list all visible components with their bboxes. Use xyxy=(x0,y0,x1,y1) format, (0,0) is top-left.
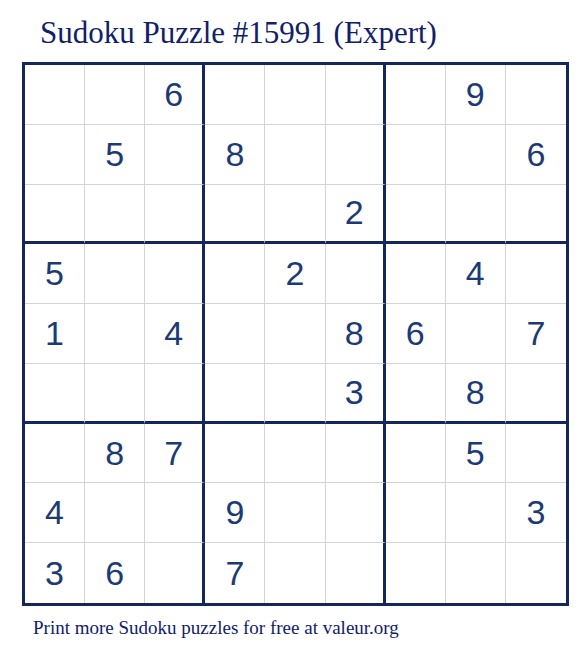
cell-r6c7[interactable] xyxy=(386,364,446,424)
cell-r4c2[interactable] xyxy=(85,244,145,304)
footer-text: Print more Sudoku puzzles for free at va… xyxy=(33,617,399,639)
cell-r4c3[interactable] xyxy=(145,244,205,304)
cell-r5c4[interactable] xyxy=(205,304,265,364)
cell-r4c9[interactable] xyxy=(506,244,566,304)
cell-r1c6[interactable] xyxy=(326,65,386,125)
cell-r9c7[interactable] xyxy=(386,543,446,603)
cell-r7c8[interactable]: 5 xyxy=(446,424,506,484)
cell-r4c8[interactable]: 4 xyxy=(446,244,506,304)
cell-r9c9[interactable] xyxy=(506,543,566,603)
cell-r7c9[interactable] xyxy=(506,424,566,484)
cell-r2c2[interactable]: 5 xyxy=(85,125,145,185)
cell-r9c8[interactable] xyxy=(446,543,506,603)
cell-r7c1[interactable] xyxy=(25,424,85,484)
cell-r6c8[interactable]: 8 xyxy=(446,364,506,424)
cell-r9c3[interactable] xyxy=(145,543,205,603)
cell-r3c3[interactable] xyxy=(145,185,205,245)
cell-r9c4[interactable]: 7 xyxy=(205,543,265,603)
cell-r1c2[interactable] xyxy=(85,65,145,125)
cell-r8c8[interactable] xyxy=(446,483,506,543)
cell-r3c1[interactable] xyxy=(25,185,85,245)
cell-r3c2[interactable] xyxy=(85,185,145,245)
cell-r7c7[interactable] xyxy=(386,424,446,484)
cell-r6c2[interactable] xyxy=(85,364,145,424)
cell-r3c5[interactable] xyxy=(265,185,325,245)
cell-r5c1[interactable]: 1 xyxy=(25,304,85,364)
cell-r3c9[interactable] xyxy=(506,185,566,245)
cell-r8c6[interactable] xyxy=(326,483,386,543)
cell-r3c8[interactable] xyxy=(446,185,506,245)
cell-r4c5[interactable]: 2 xyxy=(265,244,325,304)
page: Sudoku Puzzle #15991 (Expert) 6958625241… xyxy=(0,0,580,651)
cell-r4c7[interactable] xyxy=(386,244,446,304)
cell-r7c3[interactable]: 7 xyxy=(145,424,205,484)
cell-r7c6[interactable] xyxy=(326,424,386,484)
cell-r1c5[interactable] xyxy=(265,65,325,125)
cell-r6c4[interactable] xyxy=(205,364,265,424)
cell-r2c4[interactable]: 8 xyxy=(205,125,265,185)
cell-r9c5[interactable] xyxy=(265,543,325,603)
cell-r5c8[interactable] xyxy=(446,304,506,364)
cell-r2c5[interactable] xyxy=(265,125,325,185)
cell-r8c9[interactable]: 3 xyxy=(506,483,566,543)
cell-r6c5[interactable] xyxy=(265,364,325,424)
sudoku-board: 6958625241486738875493367 xyxy=(22,62,569,606)
cell-r2c8[interactable] xyxy=(446,125,506,185)
cell-r8c5[interactable] xyxy=(265,483,325,543)
cell-r9c2[interactable]: 6 xyxy=(85,543,145,603)
cell-r7c5[interactable] xyxy=(265,424,325,484)
cell-r6c3[interactable] xyxy=(145,364,205,424)
cell-r1c3[interactable]: 6 xyxy=(145,65,205,125)
cell-r8c7[interactable] xyxy=(386,483,446,543)
cell-r4c6[interactable] xyxy=(326,244,386,304)
cell-r2c6[interactable] xyxy=(326,125,386,185)
cell-r3c4[interactable] xyxy=(205,185,265,245)
cell-r2c1[interactable] xyxy=(25,125,85,185)
cell-r8c3[interactable] xyxy=(145,483,205,543)
cell-r2c3[interactable] xyxy=(145,125,205,185)
cell-r5c2[interactable] xyxy=(85,304,145,364)
cell-r6c9[interactable] xyxy=(506,364,566,424)
cell-r5c6[interactable]: 8 xyxy=(326,304,386,364)
puzzle-title: Sudoku Puzzle #15991 (Expert) xyxy=(40,15,437,51)
cell-r1c9[interactable] xyxy=(506,65,566,125)
cell-r2c7[interactable] xyxy=(386,125,446,185)
cell-r5c3[interactable]: 4 xyxy=(145,304,205,364)
cell-r8c1[interactable]: 4 xyxy=(25,483,85,543)
cell-r9c6[interactable] xyxy=(326,543,386,603)
cell-r9c1[interactable]: 3 xyxy=(25,543,85,603)
cell-r4c1[interactable]: 5 xyxy=(25,244,85,304)
cell-r2c9[interactable]: 6 xyxy=(506,125,566,185)
cell-r5c9[interactable]: 7 xyxy=(506,304,566,364)
cell-r7c4[interactable] xyxy=(205,424,265,484)
cell-r6c1[interactable] xyxy=(25,364,85,424)
cell-r8c2[interactable] xyxy=(85,483,145,543)
cell-r7c2[interactable]: 8 xyxy=(85,424,145,484)
cell-r1c7[interactable] xyxy=(386,65,446,125)
cell-r8c4[interactable]: 9 xyxy=(205,483,265,543)
cell-r1c4[interactable] xyxy=(205,65,265,125)
cell-r1c8[interactable]: 9 xyxy=(446,65,506,125)
cell-r5c7[interactable]: 6 xyxy=(386,304,446,364)
cell-r4c4[interactable] xyxy=(205,244,265,304)
cell-r6c6[interactable]: 3 xyxy=(326,364,386,424)
cell-r1c1[interactable] xyxy=(25,65,85,125)
cell-r3c7[interactable] xyxy=(386,185,446,245)
cell-r3c6[interactable]: 2 xyxy=(326,185,386,245)
cell-r5c5[interactable] xyxy=(265,304,325,364)
